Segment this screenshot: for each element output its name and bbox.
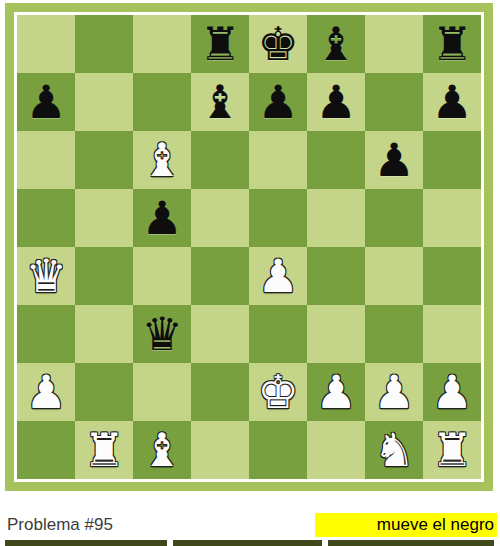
white-king-e2[interactable]: ♚: [257, 363, 298, 421]
black-queen-c3[interactable]: ♛: [141, 305, 182, 363]
square-g8[interactable]: [365, 15, 423, 73]
square-e2[interactable]: ♚: [249, 363, 307, 421]
square-e4[interactable]: ♟: [249, 247, 307, 305]
square-g5[interactable]: [365, 189, 423, 247]
square-b5[interactable]: [75, 189, 133, 247]
square-h5[interactable]: [423, 189, 481, 247]
square-c7[interactable]: [133, 73, 191, 131]
square-a7[interactable]: ♟: [17, 73, 75, 131]
square-f1[interactable]: [307, 421, 365, 479]
square-f2[interactable]: ♟: [307, 363, 365, 421]
square-b2[interactable]: [75, 363, 133, 421]
square-e7[interactable]: ♟: [249, 73, 307, 131]
square-e1[interactable]: [249, 421, 307, 479]
chess-board: ♜♚♝♜♟♝♟♟♟♝♟♟♛♟♛♟♚♟♟♟♜♝♞♜: [17, 15, 481, 479]
square-c8[interactable]: [133, 15, 191, 73]
square-f4[interactable]: [307, 247, 365, 305]
square-d4[interactable]: [191, 247, 249, 305]
square-b8[interactable]: [75, 15, 133, 73]
problem-number-label: Problema #95: [7, 515, 113, 535]
square-d3[interactable]: [191, 305, 249, 363]
square-h1[interactable]: ♜: [423, 421, 481, 479]
square-g7[interactable]: [365, 73, 423, 131]
square-c3[interactable]: ♛: [133, 305, 191, 363]
square-h7[interactable]: ♟: [423, 73, 481, 131]
black-king-e8[interactable]: ♚: [257, 15, 298, 73]
square-d2[interactable]: [191, 363, 249, 421]
black-bishop-d7[interactable]: ♝: [199, 73, 240, 131]
square-a2[interactable]: ♟: [17, 363, 75, 421]
square-b7[interactable]: [75, 73, 133, 131]
square-c4[interactable]: [133, 247, 191, 305]
square-b1[interactable]: ♜: [75, 421, 133, 479]
black-pawn-f7[interactable]: ♟: [315, 73, 356, 131]
white-pawn-g2[interactable]: ♟: [373, 363, 414, 421]
square-h2[interactable]: ♟: [423, 363, 481, 421]
black-pawn-a7[interactable]: ♟: [25, 73, 66, 131]
square-c2[interactable]: [133, 363, 191, 421]
square-f7[interactable]: ♟: [307, 73, 365, 131]
square-e3[interactable]: [249, 305, 307, 363]
square-a3[interactable]: [17, 305, 75, 363]
white-pawn-e4[interactable]: ♟: [257, 247, 298, 305]
square-f3[interactable]: [307, 305, 365, 363]
square-a4[interactable]: ♛: [17, 247, 75, 305]
square-g4[interactable]: [365, 247, 423, 305]
white-bishop-c6[interactable]: ♝: [141, 131, 182, 189]
square-g3[interactable]: [365, 305, 423, 363]
square-e5[interactable]: [249, 189, 307, 247]
chess-board-frame: ♜♚♝♜♟♝♟♟♟♝♟♟♛♟♛♟♚♟♟♟♜♝♞♜: [5, 3, 493, 491]
white-queen-a4[interactable]: ♛: [25, 247, 66, 305]
square-a5[interactable]: [17, 189, 75, 247]
white-pawn-h2[interactable]: ♟: [431, 363, 472, 421]
square-a8[interactable]: [17, 15, 75, 73]
square-h4[interactable]: [423, 247, 481, 305]
bottom-cutoff-panels: [5, 540, 495, 546]
square-b4[interactable]: [75, 247, 133, 305]
black-rook-d8[interactable]: ♜: [199, 15, 240, 73]
square-e6[interactable]: [249, 131, 307, 189]
square-d7[interactable]: ♝: [191, 73, 249, 131]
white-pawn-a2[interactable]: ♟: [25, 363, 66, 421]
turn-indicator-badge: mueve el negro: [315, 513, 497, 537]
status-bar: Problema #95 mueve el negro: [0, 513, 500, 537]
white-pawn-f2[interactable]: ♟: [315, 363, 356, 421]
board-inner-border: ♜♚♝♜♟♝♟♟♟♝♟♟♛♟♛♟♚♟♟♟♜♝♞♜: [14, 12, 484, 482]
square-b6[interactable]: [75, 131, 133, 189]
white-knight-g1[interactable]: ♞: [373, 421, 414, 479]
square-d1[interactable]: [191, 421, 249, 479]
square-g2[interactable]: ♟: [365, 363, 423, 421]
black-bishop-f8[interactable]: ♝: [315, 15, 356, 73]
square-g6[interactable]: ♟: [365, 131, 423, 189]
square-e8[interactable]: ♚: [249, 15, 307, 73]
square-a1[interactable]: [17, 421, 75, 479]
square-d6[interactable]: [191, 131, 249, 189]
black-rook-h8[interactable]: ♜: [431, 15, 472, 73]
square-g1[interactable]: ♞: [365, 421, 423, 479]
square-f5[interactable]: [307, 189, 365, 247]
white-bishop-c1[interactable]: ♝: [141, 421, 182, 479]
square-d5[interactable]: [191, 189, 249, 247]
black-pawn-e7[interactable]: ♟: [257, 73, 298, 131]
square-h6[interactable]: [423, 131, 481, 189]
square-h8[interactable]: ♜: [423, 15, 481, 73]
black-pawn-c5[interactable]: ♟: [141, 189, 182, 247]
bottom-bar-segment-2: [173, 540, 322, 546]
square-c6[interactable]: ♝: [133, 131, 191, 189]
square-c5[interactable]: ♟: [133, 189, 191, 247]
bottom-bar-segment-1: [5, 540, 167, 546]
square-a6[interactable]: [17, 131, 75, 189]
bottom-bar-segment-3: [328, 540, 494, 546]
white-rook-b1[interactable]: ♜: [83, 421, 124, 479]
square-f8[interactable]: ♝: [307, 15, 365, 73]
square-h3[interactable]: [423, 305, 481, 363]
white-rook-h1[interactable]: ♜: [431, 421, 472, 479]
square-c1[interactable]: ♝: [133, 421, 191, 479]
square-f6[interactable]: [307, 131, 365, 189]
square-b3[interactable]: [75, 305, 133, 363]
square-d8[interactable]: ♜: [191, 15, 249, 73]
black-pawn-h7[interactable]: ♟: [431, 73, 472, 131]
black-pawn-g6[interactable]: ♟: [373, 131, 414, 189]
